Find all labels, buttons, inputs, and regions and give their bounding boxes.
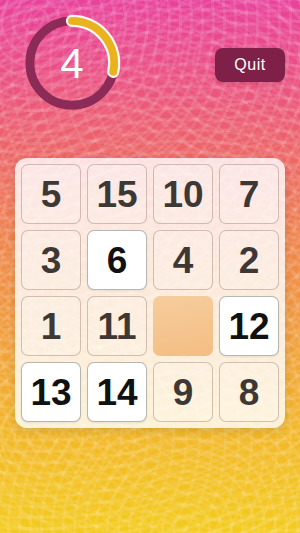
timer-value: 4 bbox=[23, 14, 121, 112]
tile-11[interactable]: 11 bbox=[87, 296, 147, 356]
tile-14[interactable]: 14 bbox=[87, 362, 147, 422]
tile-4[interactable]: 4 bbox=[153, 230, 213, 290]
tile-6[interactable]: 6 bbox=[87, 230, 147, 290]
tile-13[interactable]: 13 bbox=[21, 362, 81, 422]
tile-15[interactable]: 15 bbox=[87, 164, 147, 224]
tile-2[interactable]: 2 bbox=[219, 230, 279, 290]
tile-8[interactable]: 8 bbox=[219, 362, 279, 422]
tile-1[interactable]: 1 bbox=[21, 296, 81, 356]
empty-cell bbox=[153, 296, 213, 356]
tile-3[interactable]: 3 bbox=[21, 230, 81, 290]
tile-7[interactable]: 7 bbox=[219, 164, 279, 224]
tile-12[interactable]: 12 bbox=[219, 296, 279, 356]
tile-9[interactable]: 9 bbox=[153, 362, 213, 422]
game-screen: 4 Quit 515107364211112131498 bbox=[0, 0, 300, 533]
puzzle-board: 515107364211112131498 bbox=[15, 158, 285, 428]
quit-button[interactable]: Quit bbox=[215, 48, 285, 82]
tile-10[interactable]: 10 bbox=[153, 164, 213, 224]
tile-5[interactable]: 5 bbox=[21, 164, 81, 224]
timer-ring: 4 bbox=[23, 14, 121, 112]
